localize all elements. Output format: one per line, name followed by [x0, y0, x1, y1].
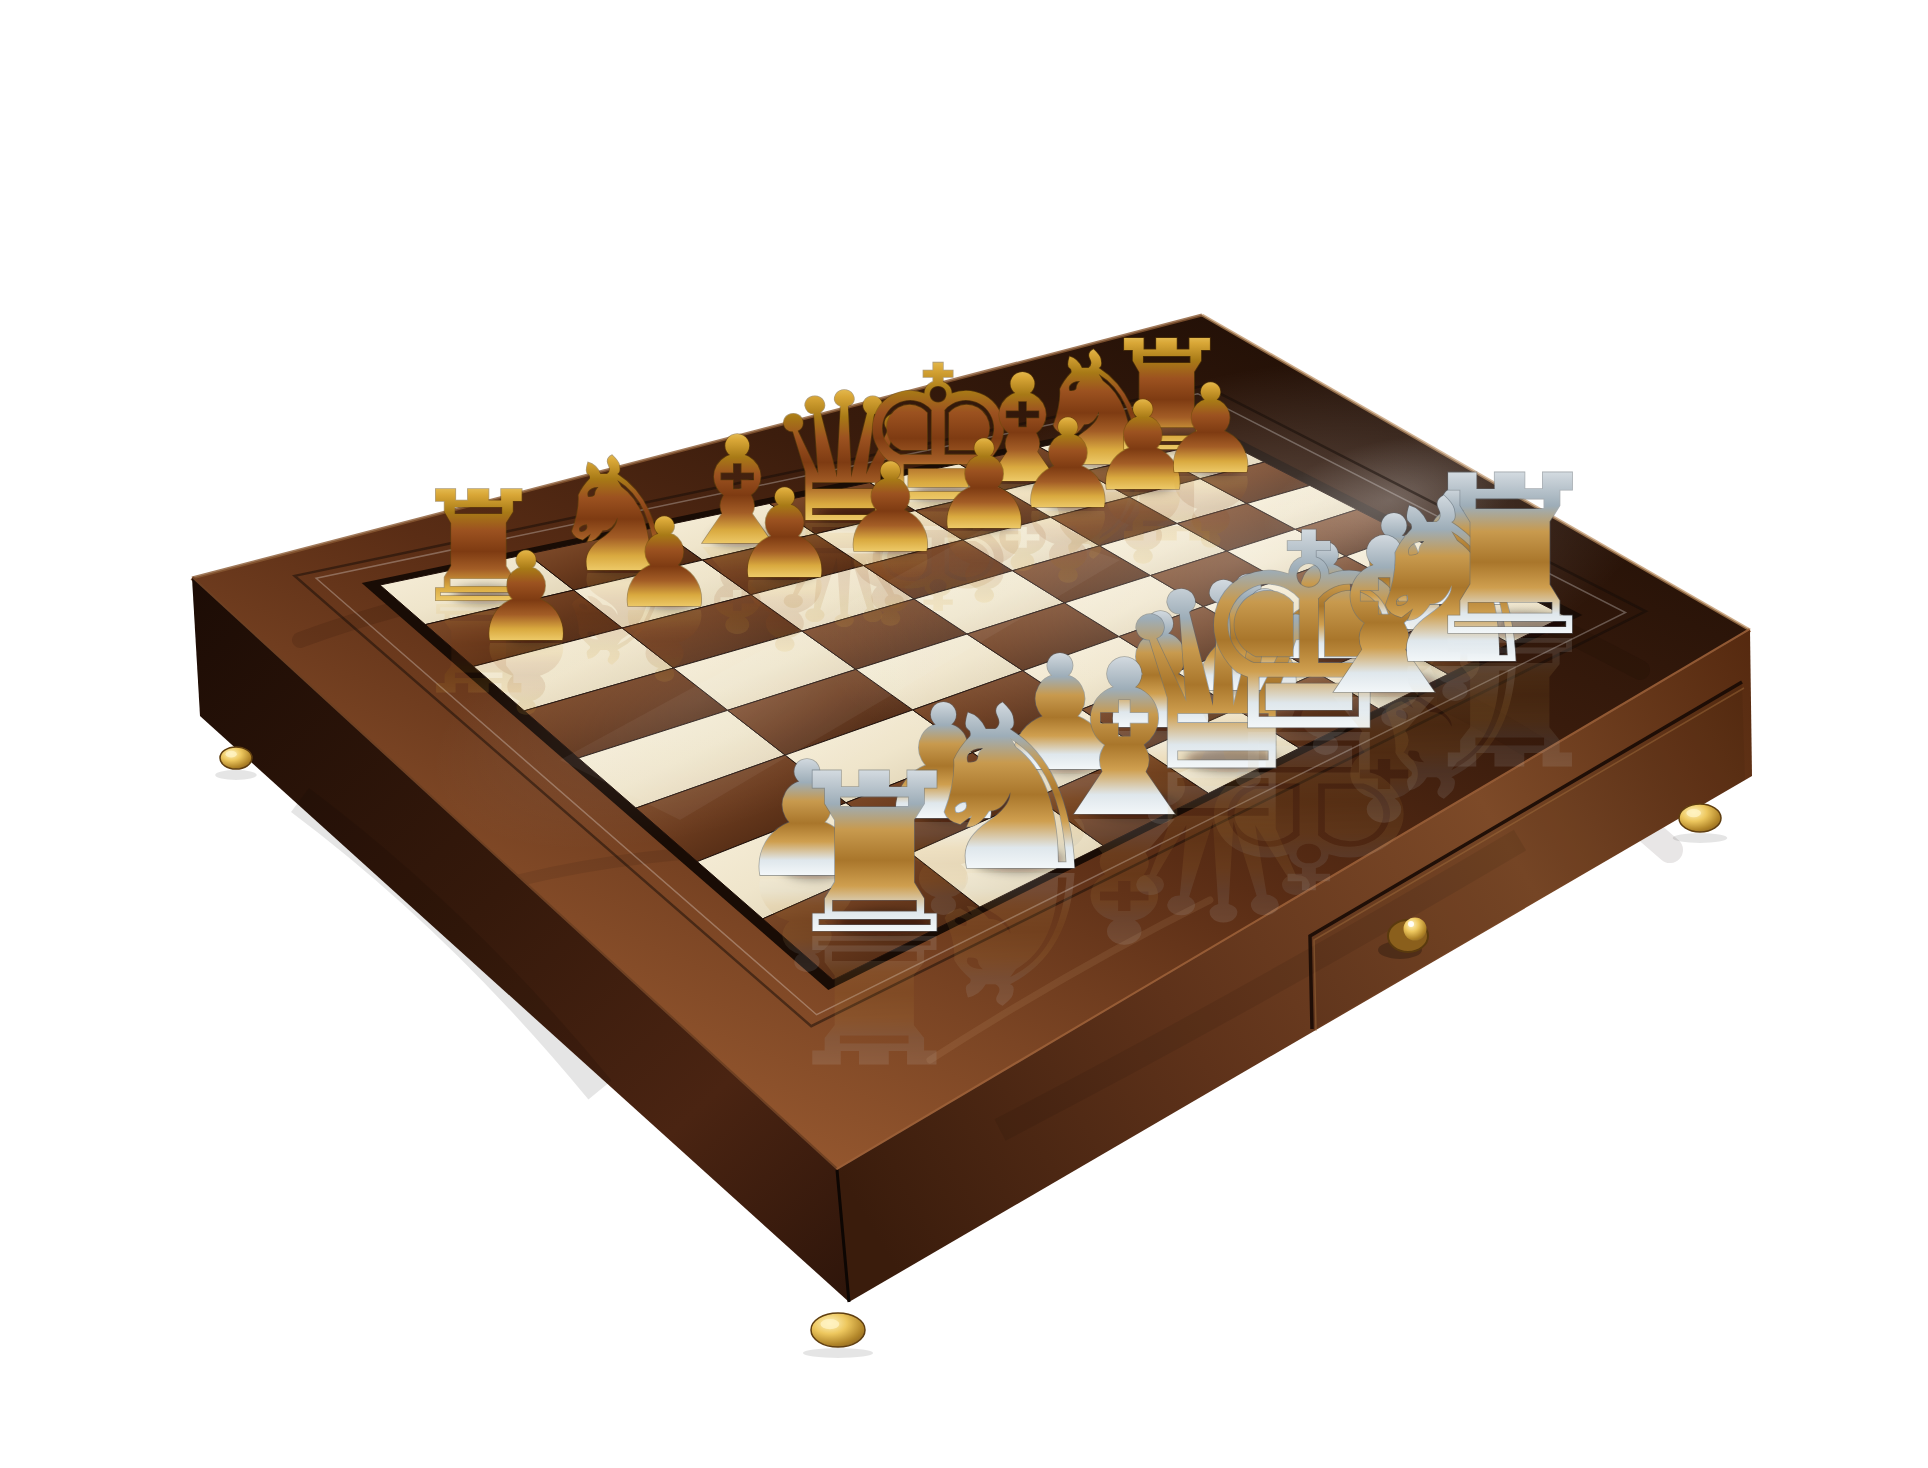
- foot-specular: [226, 751, 237, 758]
- brass-foot: [220, 747, 252, 769]
- brass-foot: [1679, 804, 1721, 832]
- piece-black-pawn-b7: ♟: [609, 492, 719, 635]
- foot-specular: [1686, 809, 1701, 817]
- foot-shadow: [1673, 833, 1728, 843]
- foot-specular: [820, 1319, 839, 1329]
- piece-white-rook-h1: ♜: [1411, 429, 1608, 685]
- foot-shadow: [215, 770, 257, 780]
- piece-black-pawn-c7: ♟: [730, 463, 840, 606]
- brass-foot: [811, 1313, 865, 1347]
- chess-set-product-photo: ♜♜♞♞♝♝♛♛♚♚♝♝♞♞♜♜♟♟♟♟♟♟♟♟♟♟♟♟♟♟♟♟♟♟♟♟♟♟♟♟…: [0, 0, 1928, 1468]
- piece-black-pawn-a7: ♟: [471, 526, 581, 669]
- foot-shadow: [803, 1348, 873, 1358]
